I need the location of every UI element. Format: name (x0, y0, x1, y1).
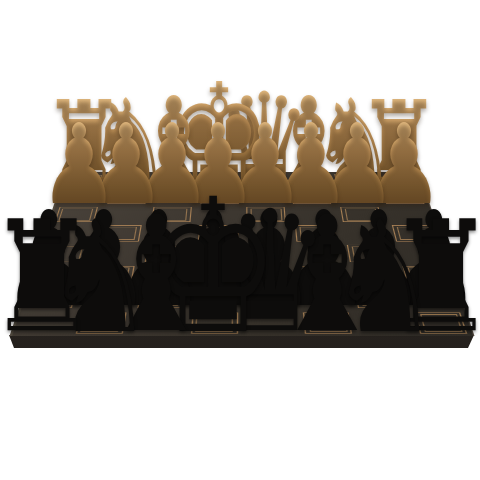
square-a1[interactable] (374, 172, 423, 188)
square-f5[interactable] (139, 243, 192, 264)
square-a7[interactable] (402, 286, 464, 310)
square-b7[interactable] (349, 286, 409, 310)
square-b6[interactable] (345, 264, 402, 286)
square-a3[interactable] (382, 205, 435, 223)
square-g8[interactable] (69, 310, 131, 336)
square-e6[interactable] (189, 264, 242, 286)
square-g2[interactable] (102, 188, 152, 205)
square-h3[interactable] (49, 205, 102, 223)
square-g7[interactable] (76, 286, 135, 310)
square-a2[interactable] (378, 188, 429, 205)
square-g4[interactable] (93, 224, 146, 243)
square-h1[interactable] (61, 172, 110, 188)
square-b5[interactable] (342, 243, 397, 264)
square-e7[interactable] (187, 286, 242, 310)
square-b4[interactable] (338, 224, 391, 243)
square-c8[interactable] (298, 310, 358, 336)
square-a5[interactable] (392, 243, 449, 264)
square-a6[interactable] (397, 264, 456, 286)
square-d2[interactable] (242, 188, 289, 205)
square-d5[interactable] (242, 243, 294, 264)
square-f8[interactable] (127, 310, 187, 336)
square-c3[interactable] (289, 205, 339, 223)
square-e1[interactable] (197, 172, 242, 188)
square-c6[interactable] (294, 264, 349, 286)
square-f4[interactable] (142, 224, 193, 243)
square-h6[interactable] (28, 264, 87, 286)
square-e2[interactable] (195, 188, 242, 205)
square-b8[interactable] (353, 310, 415, 336)
square-d4[interactable] (242, 224, 292, 243)
square-b3[interactable] (335, 205, 386, 223)
square-c7[interactable] (296, 286, 354, 310)
square-a8[interactable] (409, 310, 473, 336)
chess-board[interactable] (9, 172, 474, 336)
square-b1[interactable] (330, 172, 378, 188)
square-d6[interactable] (242, 264, 295, 286)
square-h8[interactable] (12, 310, 76, 336)
square-b2[interactable] (333, 188, 383, 205)
square-f3[interactable] (146, 205, 196, 223)
square-f1[interactable] (152, 172, 199, 188)
square-c5[interactable] (292, 243, 345, 264)
square-c1[interactable] (286, 172, 333, 188)
square-g1[interactable] (106, 172, 154, 188)
square-e4[interactable] (192, 224, 242, 243)
square-d3[interactable] (242, 205, 290, 223)
square-h2[interactable] (55, 188, 106, 205)
square-h5[interactable] (36, 243, 93, 264)
square-f6[interactable] (135, 264, 190, 286)
square-f7[interactable] (131, 286, 188, 310)
square-d8[interactable] (242, 310, 300, 336)
square-h7[interactable] (20, 286, 81, 310)
square-e5[interactable] (190, 243, 242, 264)
square-c4[interactable] (290, 224, 341, 243)
square-d1[interactable] (242, 172, 287, 188)
square-a4[interactable] (387, 224, 442, 243)
square-g6[interactable] (82, 264, 139, 286)
chess-set-photo: ♜︎♞︎♝︎♛︎♚︎♝︎♞︎♜︎♟︎♟︎♟︎♟︎♟︎♟︎♟︎♟︎♟︎♟︎♟︎♟︎… (0, 0, 480, 480)
square-g5[interactable] (87, 243, 142, 264)
square-d7[interactable] (242, 286, 297, 310)
square-f2[interactable] (149, 188, 197, 205)
square-h4[interactable] (43, 224, 98, 243)
square-c2[interactable] (287, 188, 335, 205)
square-e8[interactable] (185, 310, 243, 336)
square-e3[interactable] (194, 205, 242, 223)
square-g3[interactable] (97, 205, 148, 223)
